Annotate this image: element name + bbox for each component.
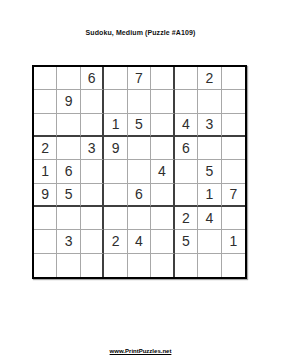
sudoku-page: Sudoku, Medium (Puzzle #A109) 6729154323… [0,0,281,363]
cell-r2c9[interactable] [222,90,245,113]
cell-r8c4[interactable]: 2 [104,230,127,253]
footer: www.PrintPuzzles.net [0,339,281,357]
cell-r8c7[interactable]: 5 [175,230,198,253]
cell-r9c3[interactable] [81,254,104,277]
cell-r4c9[interactable] [222,137,245,160]
cell-r5c7[interactable] [175,160,198,183]
cell-r5c3[interactable] [81,160,104,183]
cell-r6c9[interactable]: 7 [222,184,245,207]
cell-r2c2[interactable]: 9 [57,90,80,113]
cell-r9c5[interactable] [128,254,151,277]
cell-r6c6[interactable] [151,184,174,207]
cell-r6c1[interactable]: 9 [34,184,57,207]
cell-r7c1[interactable] [34,207,57,230]
cell-r7c6[interactable] [151,207,174,230]
cell-r7c3[interactable] [81,207,104,230]
cell-r8c3[interactable] [81,230,104,253]
cell-r8c1[interactable] [34,230,57,253]
cell-r7c8[interactable]: 4 [198,207,221,230]
cell-r1c3[interactable]: 6 [81,67,104,90]
cell-r4c7[interactable]: 6 [175,137,198,160]
cell-r6c3[interactable] [81,184,104,207]
cell-r8c2[interactable]: 3 [57,230,80,253]
cell-r7c9[interactable] [222,207,245,230]
cell-r1c1[interactable] [34,67,57,90]
cell-r4c2[interactable] [57,137,80,160]
cell-r5c4[interactable] [104,160,127,183]
cell-r4c6[interactable] [151,137,174,160]
cell-r4c5[interactable] [128,137,151,160]
cell-r9c8[interactable] [198,254,221,277]
cell-r3c6[interactable] [151,114,174,137]
cell-r9c7[interactable] [175,254,198,277]
cell-r6c7[interactable] [175,184,198,207]
cell-r2c6[interactable] [151,90,174,113]
cell-r9c2[interactable] [57,254,80,277]
cell-r6c8[interactable]: 1 [198,184,221,207]
cell-r4c3[interactable]: 3 [81,137,104,160]
cell-r1c4[interactable] [104,67,127,90]
cell-r4c4[interactable]: 9 [104,137,127,160]
cell-r3c5[interactable]: 5 [128,114,151,137]
cell-r8c6[interactable] [151,230,174,253]
cell-r4c8[interactable] [198,137,221,160]
cell-r3c4[interactable]: 1 [104,114,127,137]
cell-r5c6[interactable]: 4 [151,160,174,183]
cell-r7c5[interactable] [128,207,151,230]
cell-r9c9[interactable] [222,254,245,277]
cell-r1c2[interactable] [57,67,80,90]
cell-r7c4[interactable] [104,207,127,230]
cell-r2c1[interactable] [34,90,57,113]
cell-r9c1[interactable] [34,254,57,277]
cell-r3c1[interactable] [34,114,57,137]
cell-r3c9[interactable] [222,114,245,137]
cell-r8c5[interactable]: 4 [128,230,151,253]
cell-r4c1[interactable]: 2 [34,137,57,160]
cell-r6c4[interactable] [104,184,127,207]
cell-r3c3[interactable] [81,114,104,137]
cell-r5c8[interactable]: 5 [198,160,221,183]
cell-r1c6[interactable] [151,67,174,90]
cell-r5c5[interactable] [128,160,151,183]
cell-r3c7[interactable]: 4 [175,114,198,137]
puzzle-title: Sudoku, Medium (Puzzle #A109) [0,29,281,36]
cell-r1c9[interactable] [222,67,245,90]
cell-r9c6[interactable] [151,254,174,277]
cell-r9c4[interactable] [104,254,127,277]
sudoku-board: 6729154323961645956172432451 [32,65,247,279]
cell-r8c9[interactable]: 1 [222,230,245,253]
cell-r1c7[interactable] [175,67,198,90]
cell-r2c4[interactable] [104,90,127,113]
cell-r2c3[interactable] [81,90,104,113]
cell-r1c5[interactable]: 7 [128,67,151,90]
cell-r6c2[interactable]: 5 [57,184,80,207]
cell-r5c1[interactable]: 1 [34,160,57,183]
cell-r2c5[interactable] [128,90,151,113]
cell-r1c8[interactable]: 2 [198,67,221,90]
cell-r7c7[interactable]: 2 [175,207,198,230]
cell-r6c5[interactable]: 6 [128,184,151,207]
cell-r5c2[interactable]: 6 [57,160,80,183]
footer-site-link[interactable]: www.PrintPuzzles.net [110,348,172,354]
cell-r8c8[interactable] [198,230,221,253]
cell-r3c8[interactable]: 3 [198,114,221,137]
cell-r2c8[interactable] [198,90,221,113]
cell-r3c2[interactable] [57,114,80,137]
cell-r2c7[interactable] [175,90,198,113]
cell-r5c9[interactable] [222,160,245,183]
cell-r7c2[interactable] [57,207,80,230]
